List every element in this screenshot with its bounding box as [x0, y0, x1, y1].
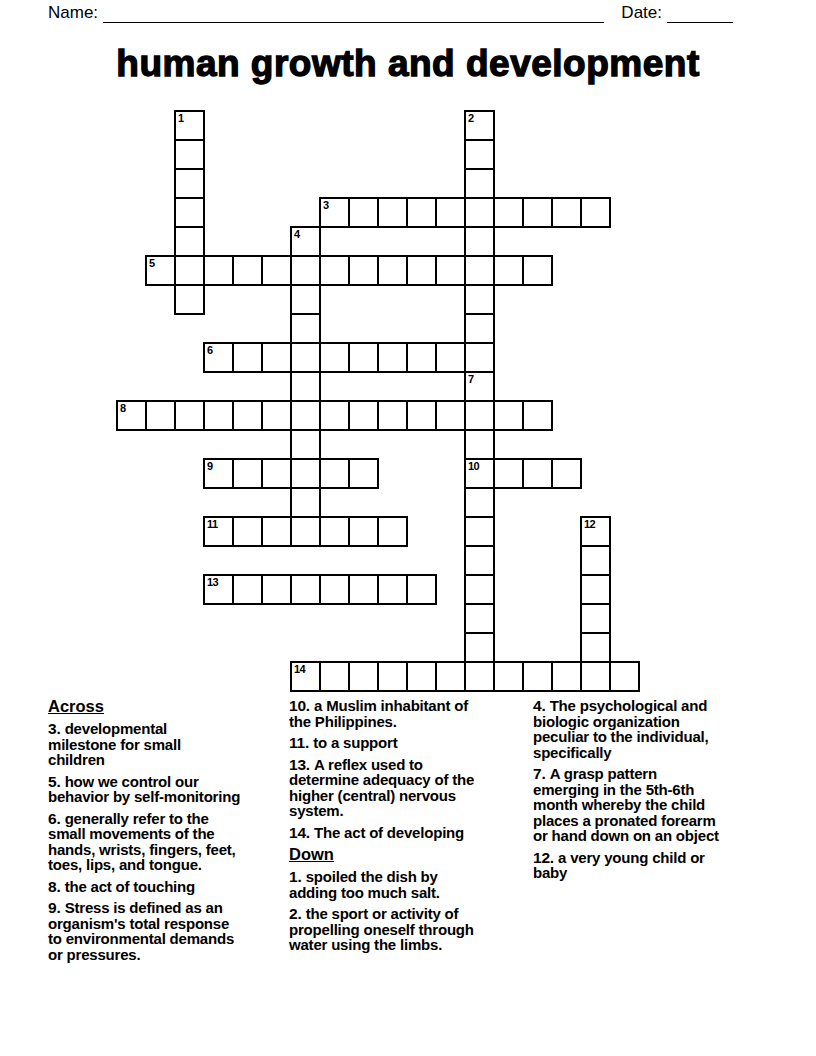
grid-cell-r14c9[interactable] — [377, 516, 408, 547]
grid-cell-r10c0[interactable]: 8 — [116, 400, 147, 431]
grid-cell-r5c10[interactable] — [406, 255, 437, 286]
grid-cell-r14c12[interactable] — [464, 516, 495, 547]
grid-cell-r3c13[interactable] — [493, 197, 524, 228]
grid-cell-r8c11[interactable] — [435, 342, 466, 373]
grid-cell-r19c8[interactable] — [348, 661, 379, 692]
clue-number-4: 4 — [294, 228, 300, 240]
grid-cell-r8c6[interactable] — [290, 342, 321, 373]
date-blank-line — [667, 3, 733, 23]
grid-cell-r14c16[interactable]: 12 — [580, 516, 611, 547]
grid-cell-r1c2[interactable] — [174, 139, 205, 170]
grid-cell-r3c2[interactable] — [174, 197, 205, 228]
grid-cell-r14c8[interactable] — [348, 516, 379, 547]
grid-cell-r8c9[interactable] — [377, 342, 408, 373]
grid-cell-r16c10[interactable] — [406, 574, 437, 605]
clue-text: the act of touching — [65, 878, 195, 895]
grid-cell-r10c1[interactable] — [145, 400, 176, 431]
grid-cell-r10c4[interactable] — [232, 400, 263, 431]
clue-text: generally refer to the small movements o… — [48, 810, 236, 874]
clue-down-7: 7. A grasp pattern emerging in the 5th-6… — [533, 766, 805, 844]
grid-cell-r10c5[interactable] — [261, 400, 292, 431]
grid-cell-r12c14[interactable] — [522, 458, 553, 489]
grid-cell-r13c6[interactable] — [290, 487, 321, 518]
grid-cell-r9c6[interactable] — [290, 371, 321, 402]
clue-list-number: 10. — [289, 697, 314, 714]
clue-down-4: 4. The psychological and biologic organi… — [533, 698, 805, 760]
grid-cell-r12c13[interactable] — [493, 458, 524, 489]
grid-cell-r5c4[interactable] — [232, 255, 263, 286]
clue-number-8: 8 — [120, 402, 126, 414]
grid-cell-r16c9[interactable] — [377, 574, 408, 605]
clue-text: a very young child or baby — [533, 849, 705, 882]
clue-number-10: 10 — [468, 460, 479, 472]
grid-cell-r5c8[interactable] — [348, 255, 379, 286]
clue-across-10: 10. a Muslim inhabitant of the Philippin… — [289, 698, 529, 729]
grid-cell-r16c5[interactable] — [261, 574, 292, 605]
grid-cell-r12c6[interactable] — [290, 458, 321, 489]
clue-number-11: 11 — [207, 518, 218, 530]
clue-list-number: 12. — [533, 849, 558, 866]
grid-cell-r19c7[interactable] — [319, 661, 350, 692]
grid-cell-r2c12[interactable] — [464, 168, 495, 199]
clue-list-number: 6. — [48, 810, 65, 827]
clue-text: Stress is defined as an organism's total… — [48, 899, 234, 963]
grid-cell-r8c7[interactable] — [319, 342, 350, 373]
clue-text: A grasp pattern emerging in the 5th-6th … — [533, 765, 719, 844]
clue-across-11: 11. to a support — [289, 735, 529, 751]
clue-number-7: 7 — [468, 373, 474, 385]
clue-across-13: 13. A reflex used to determine adequacy … — [289, 757, 529, 819]
grid-cell-r14c5[interactable] — [261, 516, 292, 547]
grid-cell-r14c4[interactable] — [232, 516, 263, 547]
clue-number-12: 12 — [584, 518, 595, 530]
grid-cell-r4c2[interactable] — [174, 226, 205, 257]
clue-number-5: 5 — [149, 257, 155, 269]
grid-cell-r6c6[interactable] — [290, 284, 321, 315]
grid-cell-r6c12[interactable] — [464, 284, 495, 315]
grid-cell-r10c10[interactable] — [406, 400, 437, 431]
grid-cell-r10c2[interactable] — [174, 400, 205, 431]
grid-cell-r10c9[interactable] — [377, 400, 408, 431]
clue-column-across: Across3. developmental milestone for sma… — [48, 698, 288, 968]
grid-cell-r19c15[interactable] — [551, 661, 582, 692]
clue-list-number: 4. — [533, 697, 550, 714]
grid-cell-r19c9[interactable] — [377, 661, 408, 692]
grid-cell-r12c8[interactable] — [348, 458, 379, 489]
clue-list-number: 11. — [289, 734, 313, 751]
grid-cell-r16c12[interactable] — [464, 574, 495, 605]
grid-cell-r8c10[interactable] — [406, 342, 437, 373]
clue-number-14: 14 — [294, 663, 305, 675]
grid-cell-r11c6[interactable] — [290, 429, 321, 460]
grid-cell-r6c2[interactable] — [174, 284, 205, 315]
grid-cell-r17c12[interactable] — [464, 603, 495, 634]
name-blank-line — [103, 3, 604, 23]
grid-cell-r4c6[interactable]: 4 — [290, 226, 321, 257]
grid-cell-r19c16[interactable] — [580, 661, 611, 692]
grid-cell-r3c9[interactable] — [377, 197, 408, 228]
grid-cell-r5c5[interactable] — [261, 255, 292, 286]
clue-column-down: 4. The psychological and biologic organi… — [533, 698, 805, 887]
grid-cell-r12c5[interactable] — [261, 458, 292, 489]
grid-cell-r15c12[interactable] — [464, 545, 495, 576]
clue-number-2: 2 — [468, 112, 474, 124]
clue-text: to a support — [313, 734, 397, 751]
clue-list-number: 3. — [48, 720, 65, 737]
grid-cell-r10c3[interactable] — [203, 400, 234, 431]
clue-list-number: 8. — [48, 878, 65, 895]
grid-cell-r19c17[interactable] — [609, 661, 640, 692]
clue-text: The psychological and biologic organizat… — [533, 697, 708, 761]
grid-cell-r8c4[interactable] — [232, 342, 263, 373]
down-clues-header: Down — [289, 846, 529, 863]
clue-list-number: 1. — [289, 868, 306, 885]
grid-cell-r3c7[interactable]: 3 — [319, 197, 350, 228]
clue-across-5: 5. how we control our behavior by self-m… — [48, 774, 288, 805]
grid-cell-r5c12[interactable] — [464, 255, 495, 286]
grid-cell-r0c12[interactable]: 2 — [464, 110, 495, 141]
name-date-row: Name: Date: — [48, 3, 733, 23]
grid-cell-r19c13[interactable] — [493, 661, 524, 692]
grid-cell-r2c2[interactable] — [174, 168, 205, 199]
clue-list-number: 13. — [289, 756, 314, 773]
grid-cell-r3c10[interactable] — [406, 197, 437, 228]
grid-cell-r16c4[interactable] — [232, 574, 263, 605]
across-clues-header: Across — [48, 698, 288, 715]
grid-cell-r5c11[interactable] — [435, 255, 466, 286]
grid-cell-r10c14[interactable] — [522, 400, 553, 431]
grid-cell-r19c11[interactable] — [435, 661, 466, 692]
grid-cell-r19c12[interactable] — [464, 661, 495, 692]
clue-text: A reflex used to determine adequacy of t… — [289, 756, 474, 820]
grid-cell-r5c6[interactable] — [290, 255, 321, 286]
clue-number-9: 9 — [207, 460, 213, 472]
clue-number-13: 13 — [207, 576, 218, 588]
clue-across-8: 8. the act of touching — [48, 879, 288, 895]
clue-list-number: 2. — [289, 905, 306, 922]
grid-cell-r3c14[interactable] — [522, 197, 553, 228]
grid-cell-r10c12[interactable] — [464, 400, 495, 431]
grid-cell-r10c7[interactable] — [319, 400, 350, 431]
grid-cell-r7c12[interactable] — [464, 313, 495, 344]
page-title: human growth and development — [0, 44, 816, 84]
grid-cell-r12c12[interactable]: 10 — [464, 458, 495, 489]
date-label: Date: — [621, 3, 662, 23]
grid-cell-r14c6[interactable] — [290, 516, 321, 547]
name-label: Name: — [48, 3, 98, 23]
clue-list-number: 7. — [533, 765, 550, 782]
clue-text: a Muslim inhabitant of the Philippines. — [289, 697, 468, 730]
clue-number-3: 3 — [323, 199, 329, 211]
grid-cell-r5c7[interactable] — [319, 255, 350, 286]
grid-cell-r16c6[interactable] — [290, 574, 321, 605]
grid-cell-r8c12[interactable] — [464, 342, 495, 373]
grid-cell-r3c11[interactable] — [435, 197, 466, 228]
grid-cell-r7c6[interactable] — [290, 313, 321, 344]
grid-cell-r5c9[interactable] — [377, 255, 408, 286]
grid-cell-r12c15[interactable] — [551, 458, 582, 489]
clue-text: The act of developing — [314, 824, 464, 841]
grid-cell-r8c8[interactable] — [348, 342, 379, 373]
grid-cell-r16c16[interactable] — [580, 574, 611, 605]
grid-cell-r14c3[interactable]: 11 — [203, 516, 234, 547]
grid-cell-r15c16[interactable] — [580, 545, 611, 576]
grid-cell-r13c12[interactable] — [464, 487, 495, 518]
clue-across-6: 6. generally refer to the small movement… — [48, 811, 288, 873]
grid-cell-r5c2[interactable] — [174, 255, 205, 286]
grid-cell-r3c12[interactable] — [464, 197, 495, 228]
grid-cell-r11c12[interactable] — [464, 429, 495, 460]
crossword-grid: 1234567891011121314 — [116, 110, 640, 692]
grid-cell-r4c12[interactable] — [464, 226, 495, 257]
grid-cell-r5c3[interactable] — [203, 255, 234, 286]
grid-cell-r5c14[interactable] — [522, 255, 553, 286]
clue-text: spoiled the dish by adding too much salt… — [289, 868, 440, 901]
grid-cell-r10c6[interactable] — [290, 400, 321, 431]
grid-cell-r16c3[interactable]: 13 — [203, 574, 234, 605]
grid-cell-r9c12[interactable]: 7 — [464, 371, 495, 402]
grid-cell-r3c16[interactable] — [580, 197, 611, 228]
clue-text: developmental milestone for small childr… — [48, 720, 181, 768]
grid-cell-r19c6[interactable]: 14 — [290, 661, 321, 692]
clue-down-1: 1. spoiled the dish by adding too much s… — [289, 869, 529, 900]
clue-across-14: 14. The act of developing — [289, 825, 529, 841]
clue-down-2: 2. the sport or activity of propelling o… — [289, 906, 529, 953]
grid-cell-r5c1[interactable]: 5 — [145, 255, 176, 286]
grid-cell-r18c12[interactable] — [464, 632, 495, 663]
grid-cell-r10c8[interactable] — [348, 400, 379, 431]
clue-column-middle: 10. a Muslim inhabitant of the Philippin… — [289, 698, 529, 959]
grid-cell-r8c5[interactable] — [261, 342, 292, 373]
clue-text: the sport or activity of propelling ones… — [289, 905, 474, 953]
clue-list-number: 5. — [48, 773, 65, 790]
grid-cell-r1c12[interactable] — [464, 139, 495, 170]
grid-cell-r17c16[interactable] — [580, 603, 611, 634]
grid-cell-r16c8[interactable] — [348, 574, 379, 605]
grid-cell-r10c13[interactable] — [493, 400, 524, 431]
clue-list-number: 14. — [289, 824, 314, 841]
grid-cell-r18c16[interactable] — [580, 632, 611, 663]
clue-across-3: 3. developmental milestone for small chi… — [48, 721, 288, 768]
grid-cell-r3c15[interactable] — [551, 197, 582, 228]
clue-list-number: 9. — [48, 899, 65, 916]
clue-number-1: 1 — [178, 112, 184, 124]
grid-cell-r14c7[interactable] — [319, 516, 350, 547]
grid-cell-r8c3[interactable]: 6 — [203, 342, 234, 373]
grid-cell-r16c7[interactable] — [319, 574, 350, 605]
grid-cell-r5c13[interactable] — [493, 255, 524, 286]
grid-cell-r10c11[interactable] — [435, 400, 466, 431]
clue-number-6: 6 — [207, 344, 213, 356]
clue-down-12: 12. a very young child or baby — [533, 850, 805, 881]
grid-cell-r12c3[interactable]: 9 — [203, 458, 234, 489]
grid-cell-r3c8[interactable] — [348, 197, 379, 228]
clue-across-9: 9. Stress is defined as an organism's to… — [48, 900, 288, 962]
grid-cell-r19c10[interactable] — [406, 661, 437, 692]
grid-cell-r12c7[interactable] — [319, 458, 350, 489]
grid-cell-r12c4[interactable] — [232, 458, 263, 489]
grid-cell-r19c14[interactable] — [522, 661, 553, 692]
grid-cell-r0c2[interactable]: 1 — [174, 110, 205, 141]
clue-text: how we control our behavior by self-moni… — [48, 773, 240, 806]
